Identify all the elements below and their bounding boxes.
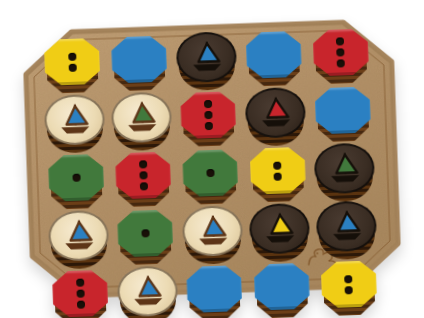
dot [139, 171, 147, 179]
token-r2c1-light-boat-blue[interactable] [43, 94, 105, 154]
dot [141, 229, 149, 237]
token-r5c2-light-boat-blue[interactable] [117, 265, 179, 318]
sailboat-icon [121, 98, 162, 137]
token-r3c2-red-3dots[interactable] [115, 151, 172, 207]
token-r5c4-blue-0dots[interactable] [253, 263, 310, 318]
dot [76, 301, 84, 309]
token-r4c1-light-boat-blue[interactable] [47, 210, 109, 270]
dot [72, 174, 80, 182]
token-r4c3-light-boat-blue[interactable] [182, 205, 244, 265]
token-r1c1-yellow-2dots[interactable] [44, 38, 101, 94]
token-r1c4-blue-0dots[interactable] [245, 31, 302, 87]
dot [139, 160, 147, 168]
photo-scene: matiye otlause [0, 0, 424, 318]
token-r4c5-dark-boat-blue[interactable] [316, 200, 378, 260]
sailboat-icon [324, 149, 365, 188]
dot [337, 59, 345, 67]
dot [76, 290, 84, 298]
sailboat-icon [255, 93, 296, 132]
token-r1c3-dark-boat-blue[interactable] [176, 31, 238, 91]
token-r2c2-light-boat-green[interactable] [110, 91, 172, 151]
sailboat-icon [192, 211, 233, 250]
sailboat-icon [53, 100, 94, 139]
token-r5c3-blue-0dots[interactable] [186, 265, 243, 318]
sailboat-icon [58, 216, 99, 255]
token-r2c4-dark-boat-red[interactable] [245, 87, 307, 147]
token-r4c4-dark-boat-yellow[interactable] [249, 203, 311, 263]
dot [336, 37, 344, 45]
dot [204, 111, 212, 119]
dot [273, 161, 281, 169]
token-r1c2-blue-0dots[interactable] [111, 36, 168, 92]
sailboat-icon [259, 209, 300, 248]
dot [205, 122, 213, 130]
dot [345, 275, 353, 283]
token-r3c1-green-1dots[interactable] [48, 154, 105, 210]
token-r5c5-yellow-2dots[interactable] [321, 260, 378, 316]
dot [204, 100, 212, 108]
sailboat-icon [326, 207, 367, 246]
dot [76, 279, 84, 287]
dot [68, 52, 76, 60]
token-r1c5-red-3dots[interactable] [312, 28, 369, 84]
dot [345, 286, 353, 294]
dot [206, 169, 214, 177]
token-r3c5-dark-boat-green[interactable] [314, 142, 376, 202]
sailboat-icon [186, 37, 227, 76]
dot [337, 48, 345, 56]
dot [274, 172, 282, 180]
game-board: matiye otlause [21, 18, 402, 301]
token-grid [38, 26, 382, 286]
dot [140, 182, 148, 190]
token-r3c4-yellow-2dots[interactable] [249, 147, 306, 203]
sailboat-icon [127, 272, 168, 311]
token-r2c5-blue-0dots[interactable] [314, 86, 371, 142]
dot [68, 63, 76, 71]
token-r2c3-red-3dots[interactable] [180, 91, 237, 147]
token-r5c1-red-3dots[interactable] [52, 270, 109, 318]
token-r4c2-green-1dots[interactable] [117, 209, 174, 265]
token-r3c3-green-1dots[interactable] [182, 149, 239, 205]
